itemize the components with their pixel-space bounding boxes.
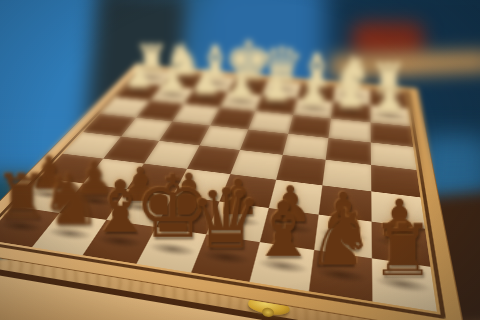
chess-board-3d: ♜♞♝♛♚♝♞♜♟♟♟♟♟♟♟♟♟♟♟♟♟♟♟♟♜♞♝♛♚♝♞♜ [0,70,437,312]
rook-glyph: ♜ [370,218,433,283]
chess-photo-scene: ♜♞♝♛♚♝♞♜♟♟♟♟♟♟♟♟♟♟♟♟♟♟♟♟♜♞♝♛♚♝♞♜ [0,0,480,320]
chess-piece-black-rook: ♜ [365,207,439,283]
board-scene: ♜♞♝♛♚♝♞♜♟♟♟♟♟♟♟♟♟♟♟♟♟♟♟♟♜♞♝♛♚♝♞♜ [0,0,480,320]
